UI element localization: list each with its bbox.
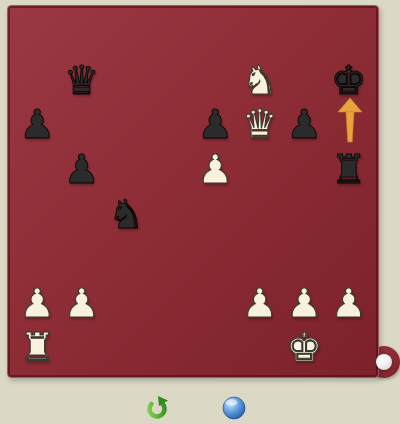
black-queen[interactable]: ♛ xyxy=(60,58,105,103)
square-b4[interactable] xyxy=(60,192,105,237)
white-king[interactable]: ♚ xyxy=(282,325,327,370)
square-d4[interactable] xyxy=(149,192,194,237)
square-g3[interactable] xyxy=(282,236,327,281)
square-d8[interactable] xyxy=(149,13,194,58)
square-f2[interactable]: ♟ xyxy=(238,281,283,326)
square-g6[interactable]: ♟ xyxy=(282,102,327,147)
square-a3[interactable] xyxy=(15,236,60,281)
square-f4[interactable] xyxy=(238,192,283,237)
square-c6[interactable] xyxy=(104,102,149,147)
black-knight[interactable]: ♞ xyxy=(104,192,149,237)
square-f3[interactable] xyxy=(238,236,283,281)
white-pawn[interactable]: ♟ xyxy=(193,147,238,192)
square-d7[interactable] xyxy=(149,58,194,103)
square-h3[interactable] xyxy=(327,236,372,281)
black-king[interactable]: ♚ xyxy=(327,58,372,103)
square-g5[interactable] xyxy=(282,147,327,192)
white-pawn[interactable]: ♟ xyxy=(15,281,60,326)
square-h8[interactable] xyxy=(327,13,372,58)
square-g1[interactable]: ♚ xyxy=(282,325,327,370)
square-c1[interactable] xyxy=(104,325,149,370)
white-pawn[interactable]: ♟ xyxy=(282,281,327,326)
square-b7[interactable]: ♛ xyxy=(60,58,105,103)
square-d5[interactable] xyxy=(149,147,194,192)
square-a2[interactable]: ♟ xyxy=(15,281,60,326)
refresh-button[interactable] xyxy=(145,396,169,420)
help-button[interactable] xyxy=(222,396,246,420)
square-f5[interactable] xyxy=(238,147,283,192)
black-rook[interactable]: ♜ xyxy=(327,147,372,192)
black-pawn[interactable]: ♟ xyxy=(282,102,327,147)
square-d6[interactable] xyxy=(149,102,194,147)
square-c3[interactable] xyxy=(104,236,149,281)
square-g8[interactable] xyxy=(282,13,327,58)
square-f8[interactable] xyxy=(238,13,283,58)
white-rook[interactable]: ♜ xyxy=(15,325,60,370)
square-e5[interactable]: ♟ xyxy=(193,147,238,192)
square-a7[interactable] xyxy=(15,58,60,103)
square-d3[interactable] xyxy=(149,236,194,281)
square-h5[interactable]: ♜ xyxy=(327,147,372,192)
square-h4[interactable] xyxy=(327,192,372,237)
square-b2[interactable]: ♟ xyxy=(60,281,105,326)
refresh-icon xyxy=(145,396,169,420)
white-queen[interactable]: ♛ xyxy=(238,102,283,147)
square-c2[interactable] xyxy=(104,281,149,326)
chess-board: ♛♞♚♟♟♛♟♟♟♜♞♟♟♟♟♟♜♚ xyxy=(15,13,371,370)
square-h7[interactable]: ♚ xyxy=(327,58,372,103)
square-e8[interactable] xyxy=(193,13,238,58)
square-e1[interactable] xyxy=(193,325,238,370)
square-a1[interactable]: ♜ xyxy=(15,325,60,370)
square-c7[interactable] xyxy=(104,58,149,103)
square-e7[interactable] xyxy=(193,58,238,103)
drag-handle[interactable] xyxy=(376,354,392,370)
square-f7[interactable]: ♞ xyxy=(238,58,283,103)
white-pawn[interactable]: ♟ xyxy=(60,281,105,326)
square-e2[interactable] xyxy=(193,281,238,326)
square-b1[interactable] xyxy=(60,325,105,370)
square-g2[interactable]: ♟ xyxy=(282,281,327,326)
square-c8[interactable] xyxy=(104,13,149,58)
white-pawn[interactable]: ♟ xyxy=(327,281,372,326)
square-c5[interactable] xyxy=(104,147,149,192)
square-d1[interactable] xyxy=(149,325,194,370)
square-a5[interactable] xyxy=(15,147,60,192)
square-b3[interactable] xyxy=(60,236,105,281)
square-e3[interactable] xyxy=(193,236,238,281)
square-f1[interactable] xyxy=(238,325,283,370)
square-g7[interactable] xyxy=(282,58,327,103)
black-pawn[interactable]: ♟ xyxy=(193,102,238,147)
square-d2[interactable] xyxy=(149,281,194,326)
white-pawn[interactable]: ♟ xyxy=(238,281,283,326)
square-g4[interactable] xyxy=(282,192,327,237)
square-b6[interactable] xyxy=(60,102,105,147)
square-a8[interactable] xyxy=(15,13,60,58)
help-icon xyxy=(222,396,246,420)
square-e4[interactable] xyxy=(193,192,238,237)
square-a4[interactable] xyxy=(15,192,60,237)
square-b5[interactable]: ♟ xyxy=(60,147,105,192)
square-b8[interactable] xyxy=(60,13,105,58)
white-knight[interactable]: ♞ xyxy=(238,58,283,103)
square-f6[interactable]: ♛ xyxy=(238,102,283,147)
black-pawn[interactable]: ♟ xyxy=(15,102,60,147)
chess-board-frame: ♛♞♚♟♟♛♟♟♟♜♞♟♟♟♟♟♜♚ xyxy=(7,5,379,378)
square-e6[interactable]: ♟ xyxy=(193,102,238,147)
black-pawn[interactable]: ♟ xyxy=(60,147,105,192)
square-a6[interactable]: ♟ xyxy=(15,102,60,147)
square-h2[interactable]: ♟ xyxy=(327,281,372,326)
last-move-arrow-icon xyxy=(336,97,364,143)
square-h1[interactable] xyxy=(327,325,372,370)
square-c4[interactable]: ♞ xyxy=(104,192,149,237)
